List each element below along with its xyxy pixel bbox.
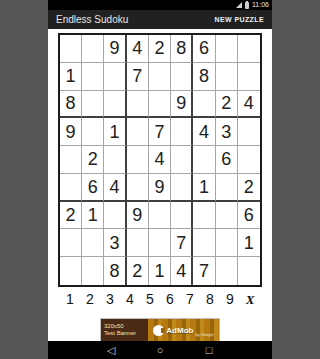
cell-r7c6[interactable] (171, 202, 193, 230)
cell-r7c3[interactable] (104, 202, 126, 230)
status-time: 11:06 (252, 0, 269, 10)
cell-r5c3[interactable] (104, 146, 126, 174)
ad-name-label: Test Banner (104, 330, 148, 337)
cell-r3c8[interactable]: 2 (216, 91, 238, 119)
cell-r2c7[interactable]: 8 (193, 63, 215, 91)
ad-brand-block: AdMob by Google (148, 319, 219, 341)
cell-r3c7[interactable] (193, 91, 215, 119)
numkey-2[interactable]: 2 (82, 291, 98, 308)
navigation-bar: ◁ ○ □ (48, 341, 272, 359)
cell-r7c9[interactable]: 6 (238, 202, 260, 230)
numkey-7[interactable]: 7 (182, 291, 198, 308)
back-icon[interactable]: ◁ (103, 341, 119, 359)
cell-r8c4[interactable] (127, 229, 149, 257)
app-title: Endless Sudoku (56, 14, 128, 25)
cell-r4c1[interactable]: 9 (60, 118, 82, 146)
cell-r4c4[interactable] (127, 118, 149, 146)
cell-r2c6[interactable] (171, 63, 193, 91)
cell-r2c5[interactable] (149, 63, 171, 91)
cell-r6c2[interactable]: 6 (82, 174, 104, 202)
numkey-3[interactable]: 3 (102, 291, 118, 308)
numkey-8[interactable]: 8 (202, 291, 218, 308)
numkey-5[interactable]: 5 (142, 291, 158, 308)
cell-r8c6[interactable]: 7 (171, 229, 193, 257)
cell-r4c3[interactable]: 1 (104, 118, 126, 146)
cell-r5c8[interactable]: 6 (216, 146, 238, 174)
admob-logo-icon (153, 325, 164, 336)
cell-r3c9[interactable]: 4 (238, 91, 260, 119)
cell-r8c1[interactable] (60, 229, 82, 257)
cell-r4c2[interactable] (82, 118, 104, 146)
cell-r8c5[interactable] (149, 229, 171, 257)
action-bar: Endless Sudoku NEW PUZZLE (48, 10, 272, 29)
cell-r9c5[interactable]: 1 (149, 257, 171, 285)
cell-r3c2[interactable] (82, 91, 104, 119)
recents-icon[interactable]: □ (201, 341, 217, 359)
cell-r6c1[interactable] (60, 174, 82, 202)
numkey-9[interactable]: 9 (222, 291, 238, 308)
ad-size-label: 320x50 (104, 323, 148, 330)
signal-icon (236, 2, 242, 8)
app-screen: 11:06 Endless Sudoku NEW PUZZLE 94286178… (48, 0, 272, 359)
cell-r1c9[interactable] (238, 35, 260, 63)
new-puzzle-button[interactable]: NEW PUZZLE (215, 16, 265, 23)
cell-r4c8[interactable]: 3 (216, 118, 238, 146)
cell-r9c7[interactable]: 7 (193, 257, 215, 285)
cell-r8c3[interactable]: 3 (104, 229, 126, 257)
numkey-6[interactable]: 6 (162, 291, 178, 308)
battery-icon (245, 2, 249, 9)
cell-r6c8[interactable] (216, 174, 238, 202)
cell-r6c6[interactable] (171, 174, 193, 202)
cell-r9c8[interactable] (216, 257, 238, 285)
cell-r1c8[interactable] (216, 35, 238, 63)
cell-r9c2[interactable] (82, 257, 104, 285)
cell-r6c3[interactable]: 4 (104, 174, 126, 202)
cell-r5c9[interactable] (238, 146, 260, 174)
cell-r4c5[interactable]: 7 (149, 118, 171, 146)
cell-r5c4[interactable] (127, 146, 149, 174)
cell-r4c6[interactable] (171, 118, 193, 146)
cell-r6c4[interactable] (127, 174, 149, 202)
cell-r2c1[interactable]: 1 (60, 63, 82, 91)
cell-r7c4[interactable]: 9 (127, 202, 149, 230)
cell-r1c2[interactable] (82, 35, 104, 63)
cell-r9c3[interactable]: 8 (104, 257, 126, 285)
cell-r4c9[interactable] (238, 118, 260, 146)
delete-key[interactable]: X (242, 291, 258, 308)
cell-r1c5[interactable]: 2 (149, 35, 171, 63)
cell-r6c5[interactable]: 9 (149, 174, 171, 202)
cell-r5c5[interactable]: 4 (149, 146, 171, 174)
cell-r5c7[interactable] (193, 146, 215, 174)
cell-r7c1[interactable]: 2 (60, 202, 82, 230)
cell-r7c2[interactable]: 1 (82, 202, 104, 230)
cell-r3c3[interactable] (104, 91, 126, 119)
cell-r9c4[interactable]: 2 (127, 257, 149, 285)
cell-r5c1[interactable] (60, 146, 82, 174)
number-pad: 123456789X (58, 291, 262, 308)
cell-r9c9[interactable] (238, 257, 260, 285)
cell-r4c7[interactable]: 4 (193, 118, 215, 146)
cell-r9c1[interactable] (60, 257, 82, 285)
admob-brand-suffix: by Google (195, 332, 213, 337)
cell-r2c8[interactable] (216, 63, 238, 91)
cell-r8c7[interactable] (193, 229, 215, 257)
cell-r3c6[interactable]: 9 (171, 91, 193, 119)
sudoku-grid: 9428617889249174324664912219637182147 (58, 33, 262, 287)
cell-r3c4[interactable] (127, 91, 149, 119)
status-bar: 11:06 (48, 0, 272, 10)
cell-r1c6[interactable]: 8 (171, 35, 193, 63)
cell-r6c7[interactable]: 1 (193, 174, 215, 202)
cell-r7c5[interactable] (149, 202, 171, 230)
ad-banner[interactable]: 320x50 Test Banner AdMob by Google (101, 319, 219, 341)
cell-r1c1[interactable] (60, 35, 82, 63)
ad-test-label-block: 320x50 Test Banner (101, 319, 148, 341)
cell-r6c9[interactable]: 2 (238, 174, 260, 202)
cell-r1c7[interactable]: 6 (193, 35, 215, 63)
cell-r3c5[interactable] (149, 91, 171, 119)
numkey-4[interactable]: 4 (122, 291, 138, 308)
cell-r5c6[interactable] (171, 146, 193, 174)
cell-r2c4[interactable]: 7 (127, 63, 149, 91)
cell-r8c9[interactable]: 1 (238, 229, 260, 257)
cell-r1c4[interactable]: 4 (127, 35, 149, 63)
cell-r7c8[interactable] (216, 202, 238, 230)
home-icon[interactable]: ○ (152, 341, 168, 359)
cell-r9c6[interactable]: 4 (171, 257, 193, 285)
cell-r2c2[interactable] (82, 63, 104, 91)
cell-r2c3[interactable] (104, 63, 126, 91)
cell-r7c7[interactable] (193, 202, 215, 230)
cell-r8c2[interactable] (82, 229, 104, 257)
cell-r8c8[interactable] (216, 229, 238, 257)
cell-r2c9[interactable] (238, 63, 260, 91)
cell-r5c2[interactable]: 2 (82, 146, 104, 174)
cell-r1c3[interactable]: 9 (104, 35, 126, 63)
cell-r3c1[interactable]: 8 (60, 91, 82, 119)
numkey-1[interactable]: 1 (62, 291, 78, 308)
admob-brand-label: AdMob (166, 326, 193, 335)
